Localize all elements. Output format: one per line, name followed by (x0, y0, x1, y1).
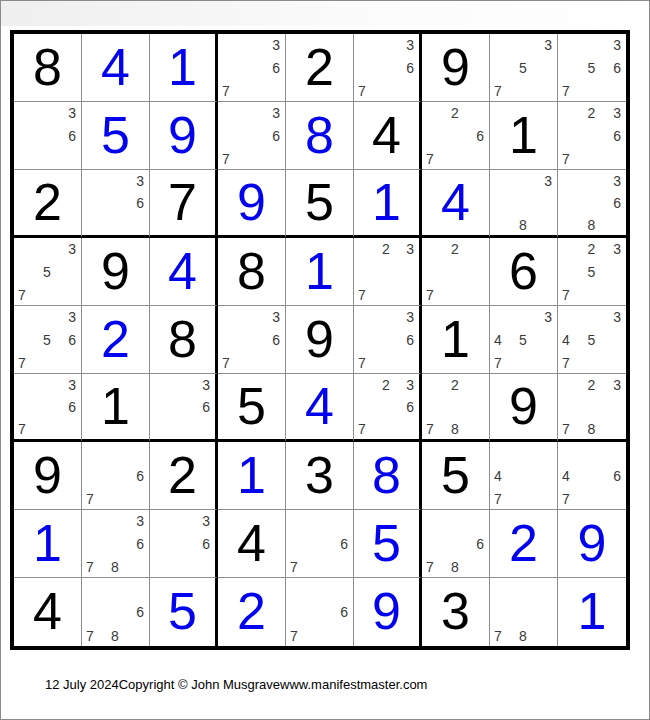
candidate-digit: 7 (222, 84, 230, 98)
candidate-digit: 3 (613, 242, 621, 256)
pencil-marks: 47 (490, 442, 557, 509)
solved-digit: 8 (372, 449, 401, 503)
candidate-digit: 7 (358, 422, 366, 436)
cell-r5c1[interactable]: 3567 (14, 306, 82, 374)
candidate-digit: 7 (86, 492, 94, 506)
candidate-digit: 3 (613, 38, 621, 52)
solved-digit: 9 (372, 585, 401, 639)
pencil-marks: 36 (150, 374, 215, 439)
cell-r1c7[interactable]: 9 (422, 34, 490, 102)
pencil-marks: 367 (218, 102, 285, 169)
footer-website: www.manifestmaster.com (280, 677, 427, 692)
cell-r2c6[interactable]: 4 (354, 102, 422, 170)
cell-r6c3[interactable]: 36 (150, 374, 218, 442)
candidate-digit: 3 (136, 174, 144, 188)
given-digit: 8 (33, 41, 62, 95)
candidate-digit: 3 (613, 106, 621, 120)
candidate-digit: 7 (562, 422, 570, 436)
solved-digit: 1 (372, 176, 401, 230)
candidate-digit: 4 (562, 469, 570, 483)
given-digit: 2 (33, 176, 62, 230)
pencil-marks: 2367 (354, 374, 419, 439)
solved-digit: 1 (578, 585, 607, 639)
cell-r3c1[interactable]: 2 (14, 170, 82, 238)
solved-digit: 5 (101, 109, 130, 163)
cell-r7c5[interactable]: 3 (286, 442, 354, 510)
cell-r1c6[interactable]: 367 (354, 34, 422, 102)
cell-r1c3[interactable]: 1 (150, 34, 218, 102)
pencil-marks: 2357 (558, 238, 626, 305)
candidate-digit: 3 (68, 106, 76, 120)
solved-digit: 4 (441, 176, 470, 230)
cell-r5c8[interactable]: 3457 (490, 306, 558, 374)
cell-r7c6[interactable]: 8 (354, 442, 422, 510)
given-digit: 4 (33, 585, 62, 639)
cell-r5c5[interactable]: 9 (286, 306, 354, 374)
candidate-digit: 6 (272, 333, 280, 347)
candidate-digit: 5 (43, 333, 51, 347)
solved-digit: 2 (509, 517, 538, 571)
cell-r2c5[interactable]: 8 (286, 102, 354, 170)
cell-r4c4[interactable]: 8 (218, 238, 286, 306)
candidate-digit: 4 (562, 333, 570, 347)
candidate-digit: 6 (202, 537, 210, 551)
pencil-marks: 36 (14, 102, 81, 169)
candidate-digit: 6 (476, 537, 484, 551)
pencil-marks: 27 (422, 238, 489, 305)
candidate-digit: 4 (494, 333, 502, 347)
pencil-marks: 278 (422, 374, 489, 439)
candidate-digit: 3 (613, 378, 621, 392)
cell-r8c4[interactable]: 4 (218, 510, 286, 578)
candidate-digit: 6 (136, 469, 144, 483)
solved-digit: 1 (33, 517, 62, 571)
cell-r1c5[interactable]: 2 (286, 34, 354, 102)
candidate-digit: 7 (18, 288, 26, 302)
cell-r1c8[interactable]: 357 (490, 34, 558, 102)
candidate-digit: 7 (86, 629, 94, 643)
candidate-digit: 6 (136, 537, 144, 551)
candidate-digit: 6 (476, 129, 484, 143)
cell-r9c8[interactable]: 78 (490, 578, 558, 646)
pencil-marks: 2367 (558, 102, 626, 169)
candidate-digit: 3 (202, 514, 210, 528)
candidate-digit: 7 (222, 356, 230, 370)
candidate-digit: 7 (18, 356, 26, 370)
candidate-digit: 8 (111, 560, 119, 574)
candidate-digit: 8 (519, 629, 527, 643)
cell-r3c6[interactable]: 1 (354, 170, 422, 238)
candidate-digit: 7 (290, 629, 298, 643)
solved-digit: 5 (372, 517, 401, 571)
cell-r7c9[interactable]: 467 (558, 442, 626, 510)
solved-digit: 1 (168, 41, 197, 95)
candidate-digit: 3 (202, 378, 210, 392)
given-digit: 9 (101, 245, 130, 299)
candidate-digit: 7 (494, 629, 502, 643)
cell-r1c4[interactable]: 367 (218, 34, 286, 102)
cell-r6c6[interactable]: 2367 (354, 374, 422, 442)
cell-r2c9[interactable]: 2367 (558, 102, 626, 170)
pencil-marks: 3567 (558, 34, 626, 101)
candidate-digit: 8 (451, 560, 459, 574)
cell-r3c9[interactable]: 368 (558, 170, 626, 238)
cell-r6c5[interactable]: 4 (286, 374, 354, 442)
pencil-marks: 678 (82, 578, 149, 646)
candidate-digit: 3 (406, 38, 414, 52)
cell-r8c8[interactable]: 2 (490, 510, 558, 578)
given-digit: 5 (305, 176, 334, 230)
candidate-digit: 3 (544, 310, 552, 324)
given-digit: 2 (168, 449, 197, 503)
candidate-digit: 3 (272, 38, 280, 52)
cell-r9c7[interactable]: 3 (422, 578, 490, 646)
candidate-digit: 6 (406, 61, 414, 75)
candidate-digit: 6 (68, 400, 76, 414)
candidate-digit: 3 (406, 378, 414, 392)
cell-r3c5[interactable]: 5 (286, 170, 354, 238)
candidate-digit: 3 (613, 174, 621, 188)
pencil-marks: 3567 (14, 306, 81, 373)
cell-r4c2[interactable]: 9 (82, 238, 150, 306)
candidate-digit: 6 (613, 469, 621, 483)
candidate-digit: 2 (382, 378, 390, 392)
candidate-digit: 7 (426, 288, 434, 302)
pencil-marks: 467 (558, 442, 626, 509)
candidate-digit: 5 (519, 333, 527, 347)
cell-r9c6[interactable]: 9 (354, 578, 422, 646)
pencil-marks: 678 (422, 510, 489, 577)
candidate-digit: 3 (544, 174, 552, 188)
pencil-marks: 67 (286, 578, 353, 646)
cell-r5c7[interactable]: 1 (422, 306, 490, 374)
candidate-digit: 7 (562, 152, 570, 166)
candidate-digit: 2 (451, 378, 459, 392)
candidate-digit: 3 (613, 310, 621, 324)
candidate-digit: 6 (613, 196, 621, 210)
solved-digit: 1 (305, 245, 334, 299)
solved-digit: 4 (305, 380, 334, 434)
candidate-digit: 6 (613, 129, 621, 143)
solved-digit: 2 (237, 585, 266, 639)
candidate-digit: 7 (290, 560, 298, 574)
candidate-digit: 6 (68, 129, 76, 143)
cell-r3c3[interactable]: 7 (150, 170, 218, 238)
candidate-digit: 7 (562, 492, 570, 506)
cell-r6c8[interactable]: 9 (490, 374, 558, 442)
cell-r4c3[interactable]: 4 (150, 238, 218, 306)
cell-r1c9[interactable]: 3567 (558, 34, 626, 102)
given-digit: 2 (305, 41, 334, 95)
candidate-digit: 7 (358, 288, 366, 302)
cell-r7c1[interactable]: 9 (14, 442, 82, 510)
cell-r3c8[interactable]: 38 (490, 170, 558, 238)
candidate-digit: 2 (588, 242, 596, 256)
cell-r8c9[interactable]: 9 (558, 510, 626, 578)
candidate-digit: 5 (588, 265, 596, 279)
candidate-digit: 7 (494, 84, 502, 98)
solved-digit: 9 (168, 109, 197, 163)
pencil-marks: 237 (354, 238, 419, 305)
pencil-marks: 38 (490, 170, 557, 235)
candidate-digit: 3 (406, 242, 414, 256)
candidate-digit: 7 (494, 492, 502, 506)
cell-r9c5[interactable]: 67 (286, 578, 354, 646)
candidate-digit: 6 (272, 61, 280, 75)
candidate-digit: 2 (451, 106, 459, 120)
candidate-digit: 3 (272, 310, 280, 324)
cell-r9c2[interactable]: 678 (82, 578, 150, 646)
pencil-marks: 2378 (558, 374, 626, 439)
candidate-digit: 6 (272, 129, 280, 143)
given-digit: 7 (168, 176, 197, 230)
given-digit: 4 (237, 517, 266, 571)
candidate-digit: 6 (136, 605, 144, 619)
pencil-marks: 3457 (490, 306, 557, 373)
candidate-digit: 3 (68, 378, 76, 392)
cell-r2c7[interactable]: 267 (422, 102, 490, 170)
given-digit: 1 (101, 380, 130, 434)
candidate-digit: 3 (68, 310, 76, 324)
cell-r4c6[interactable]: 237 (354, 238, 422, 306)
candidate-digit: 7 (222, 152, 230, 166)
candidate-digit: 5 (519, 61, 527, 75)
cell-r4c7[interactable]: 27 (422, 238, 490, 306)
given-digit: 8 (168, 313, 197, 367)
pencil-marks: 3678 (82, 510, 149, 577)
cell-r6c1[interactable]: 367 (14, 374, 82, 442)
pencil-marks: 368 (558, 170, 626, 235)
candidate-digit: 8 (451, 422, 459, 436)
cell-r1c1[interactable]: 8 (14, 34, 82, 102)
candidate-digit: 6 (613, 61, 621, 75)
cell-r7c2[interactable]: 67 (82, 442, 150, 510)
candidate-digit: 7 (562, 84, 570, 98)
given-digit: 3 (441, 585, 470, 639)
given-digit: 5 (441, 449, 470, 503)
solved-digit: 2 (101, 313, 130, 367)
candidate-digit: 6 (406, 333, 414, 347)
candidate-digit: 3 (406, 310, 414, 324)
cell-r6c9[interactable]: 2378 (558, 374, 626, 442)
cell-r7c8[interactable]: 47 (490, 442, 558, 510)
given-digit: 9 (33, 449, 62, 503)
candidate-digit: 2 (382, 242, 390, 256)
cell-r1c2[interactable]: 4 (82, 34, 150, 102)
pencil-marks: 36 (82, 170, 149, 235)
candidate-digit: 3 (544, 38, 552, 52)
candidate-digit: 3 (272, 106, 280, 120)
given-digit: 9 (509, 380, 538, 434)
page-top-strip (1, 1, 649, 26)
candidate-digit: 7 (86, 560, 94, 574)
candidate-digit: 2 (588, 378, 596, 392)
cell-r4c5[interactable]: 1 (286, 238, 354, 306)
candidate-digit: 3 (68, 242, 76, 256)
candidate-digit: 5 (43, 265, 51, 279)
cell-r5c3[interactable]: 8 (150, 306, 218, 374)
candidate-digit: 8 (588, 422, 596, 436)
candidate-digit: 7 (426, 422, 434, 436)
cell-r7c3[interactable]: 2 (150, 442, 218, 510)
candidate-digit: 6 (406, 400, 414, 414)
cell-r5c4[interactable]: 367 (218, 306, 286, 374)
solved-digit: 8 (305, 109, 334, 163)
solved-digit: 5 (168, 585, 197, 639)
candidate-digit: 3 (136, 514, 144, 528)
candidate-digit: 7 (562, 356, 570, 370)
cell-r9c4[interactable]: 2 (218, 578, 286, 646)
cell-r2c2[interactable]: 5 (82, 102, 150, 170)
cell-r5c6[interactable]: 367 (354, 306, 422, 374)
pencil-marks: 357 (14, 238, 81, 305)
candidate-digit: 7 (358, 84, 366, 98)
given-digit: 3 (305, 449, 334, 503)
given-digit: 1 (509, 109, 538, 163)
solved-digit: 4 (101, 41, 130, 95)
candidate-digit: 7 (426, 560, 434, 574)
footer-date: 12 July 2024 (45, 677, 119, 692)
cell-r8c3[interactable]: 36 (150, 510, 218, 578)
pencil-marks: 357 (490, 34, 557, 101)
pencil-marks: 36 (150, 510, 215, 577)
given-digit: 4 (372, 109, 401, 163)
cell-r9c9[interactable]: 1 (558, 578, 626, 646)
cell-r2c1[interactable]: 36 (14, 102, 82, 170)
solved-digit: 4 (168, 245, 197, 299)
cell-r6c7[interactable]: 278 (422, 374, 490, 442)
cell-r6c2[interactable]: 1 (82, 374, 150, 442)
pencil-marks: 367 (354, 34, 419, 101)
cell-r2c4[interactable]: 367 (218, 102, 286, 170)
cell-r5c2[interactable]: 2 (82, 306, 150, 374)
candidate-digit: 6 (340, 605, 348, 619)
candidate-digit: 7 (426, 152, 434, 166)
candidate-digit: 2 (588, 106, 596, 120)
cell-r8c5[interactable]: 67 (286, 510, 354, 578)
candidate-digit: 8 (588, 218, 596, 232)
cell-r8c1[interactable]: 1 (14, 510, 82, 578)
solved-digit: 9 (237, 176, 266, 230)
cell-r7c7[interactable]: 5 (422, 442, 490, 510)
cell-r3c4[interactable]: 9 (218, 170, 286, 238)
candidate-digit: 7 (18, 422, 26, 436)
cell-r6c4[interactable]: 5 (218, 374, 286, 442)
pencil-marks: 78 (490, 578, 557, 646)
candidate-digit: 5 (588, 61, 596, 75)
candidate-digit: 5 (588, 333, 596, 347)
cell-r2c8[interactable]: 1 (490, 102, 558, 170)
footer: 12 July 2024Copyright © John Musgravewww… (45, 677, 427, 692)
cell-r7c4[interactable]: 1 (218, 442, 286, 510)
candidate-digit: 6 (202, 400, 210, 414)
cell-r8c6[interactable]: 5 (354, 510, 422, 578)
cell-r8c2[interactable]: 3678 (82, 510, 150, 578)
pencil-marks: 367 (14, 374, 81, 439)
given-digit: 5 (237, 380, 266, 434)
cell-r9c1[interactable]: 4 (14, 578, 82, 646)
candidate-digit: 6 (136, 196, 144, 210)
pencil-marks: 3457 (558, 306, 626, 373)
candidate-digit: 4 (494, 469, 502, 483)
candidate-digit: 6 (68, 333, 76, 347)
footer-copyright: Copyright © John Musgrave (119, 677, 280, 692)
candidate-digit: 7 (494, 356, 502, 370)
given-digit: 8 (237, 245, 266, 299)
pencil-marks: 67 (286, 510, 353, 577)
candidate-digit: 2 (451, 242, 459, 256)
cell-r8c7[interactable]: 678 (422, 510, 490, 578)
candidate-digit: 8 (111, 629, 119, 643)
puzzle-page: 8413672367935735673659367842671236723679… (0, 0, 650, 720)
cell-r5c9[interactable]: 3457 (558, 306, 626, 374)
pencil-marks: 267 (422, 102, 489, 169)
given-digit: 9 (441, 41, 470, 95)
pencil-marks: 67 (82, 442, 149, 509)
cell-r3c2[interactable]: 36 (82, 170, 150, 238)
cell-r4c1[interactable]: 357 (14, 238, 82, 306)
cell-r4c9[interactable]: 2357 (558, 238, 626, 306)
candidate-digit: 7 (562, 288, 570, 302)
cell-r2c3[interactable]: 9 (150, 102, 218, 170)
cell-r4c8[interactable]: 6 (490, 238, 558, 306)
given-digit: 6 (509, 245, 538, 299)
pencil-marks: 367 (218, 34, 285, 101)
cell-r9c3[interactable]: 5 (150, 578, 218, 646)
pencil-marks: 367 (218, 306, 285, 373)
candidate-digit: 6 (340, 537, 348, 551)
pencil-marks: 367 (354, 306, 419, 373)
given-digit: 1 (441, 313, 470, 367)
solved-digit: 1 (237, 449, 266, 503)
candidate-digit: 7 (358, 356, 366, 370)
candidate-digit: 8 (519, 218, 527, 232)
sudoku-grid: 8413672367935735673659367842671236723679… (10, 30, 630, 650)
cell-r3c7[interactable]: 4 (422, 170, 490, 238)
solved-digit: 9 (578, 517, 607, 571)
given-digit: 9 (305, 313, 334, 367)
